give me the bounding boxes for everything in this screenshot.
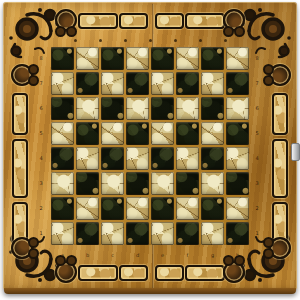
- clasp: [291, 143, 300, 161]
- coordinate-label: 7: [252, 80, 262, 86]
- square-b6[interactable]: [76, 97, 99, 120]
- square-c1[interactable]: [101, 222, 124, 245]
- square-e2[interactable]: [151, 197, 174, 220]
- amber-medallion: [55, 261, 77, 283]
- pin-dot: [124, 39, 127, 42]
- square-a7[interactable]: [51, 72, 74, 95]
- inlay-panel: [119, 13, 148, 29]
- square-e3[interactable]: [151, 172, 174, 195]
- coordinate-label: 7: [36, 80, 46, 86]
- square-d4[interactable]: [126, 147, 149, 170]
- square-g1[interactable]: [201, 222, 224, 245]
- coordinate-label: 4: [252, 155, 262, 161]
- square-a1[interactable]: [51, 222, 74, 245]
- pin-dot: [149, 39, 152, 42]
- inlay-panel: [272, 139, 288, 198]
- square-a5[interactable]: [51, 122, 74, 145]
- square-e1[interactable]: [151, 222, 174, 245]
- square-b7[interactable]: [76, 72, 99, 95]
- square-c4[interactable]: [101, 147, 124, 170]
- inlay-panel: [155, 265, 184, 281]
- square-h4[interactable]: [226, 147, 249, 170]
- square-g5[interactable]: [201, 122, 224, 145]
- square-g6[interactable]: [201, 97, 224, 120]
- coordinate-label: 8: [36, 55, 46, 61]
- amber-medallion: [269, 64, 291, 86]
- amber-medallion: [223, 261, 245, 283]
- inlay-panel: [119, 265, 148, 281]
- square-h1[interactable]: [226, 222, 249, 245]
- inlay-panel: [78, 265, 118, 281]
- coordinate-label: 6: [252, 105, 262, 111]
- coordinate-label: a: [58, 252, 68, 258]
- square-f5[interactable]: [176, 122, 199, 145]
- square-h7[interactable]: [226, 72, 249, 95]
- square-g7[interactable]: [201, 72, 224, 95]
- square-f7[interactable]: [176, 72, 199, 95]
- pin-dot: [199, 39, 202, 42]
- square-g3[interactable]: [201, 172, 224, 195]
- amber-medallion: [55, 9, 77, 31]
- square-d1[interactable]: [126, 222, 149, 245]
- board-side-edge: [4, 288, 296, 294]
- amber-medallion: [269, 237, 291, 259]
- square-g4[interactable]: [201, 147, 224, 170]
- coordinate-label: c: [108, 252, 118, 258]
- square-f8[interactable]: [176, 47, 199, 70]
- square-a6[interactable]: [51, 97, 74, 120]
- inlay-panel: [78, 13, 118, 29]
- chess-board: abcdefgh8877665544332211: [3, 2, 297, 290]
- coordinate-label: 3: [36, 180, 46, 186]
- square-a4[interactable]: [51, 147, 74, 170]
- square-e8[interactable]: [151, 47, 174, 70]
- coordinate-label: f: [183, 252, 193, 258]
- square-f6[interactable]: [176, 97, 199, 120]
- square-e5[interactable]: [151, 122, 174, 145]
- square-e4[interactable]: [151, 147, 174, 170]
- square-d2[interactable]: [126, 197, 149, 220]
- coordinate-label: 8: [252, 55, 262, 61]
- square-b3[interactable]: [76, 172, 99, 195]
- coordinate-label: 2: [36, 205, 46, 211]
- square-b5[interactable]: [76, 122, 99, 145]
- square-c3[interactable]: [101, 172, 124, 195]
- coordinate-label: b: [83, 252, 93, 258]
- inlay-panel: [185, 265, 225, 281]
- square-a8[interactable]: [51, 47, 74, 70]
- coordinate-label: 4: [36, 155, 46, 161]
- inlay-panel: [155, 13, 184, 29]
- amber-medallion: [223, 9, 245, 31]
- coordinate-label: 2: [252, 205, 262, 211]
- square-a2[interactable]: [51, 197, 74, 220]
- inlay-panel: [12, 93, 28, 135]
- pin-dot: [99, 39, 102, 42]
- coordinate-label: e: [158, 252, 168, 258]
- square-c8[interactable]: [101, 47, 124, 70]
- square-f3[interactable]: [176, 172, 199, 195]
- amber-medallion: [11, 237, 33, 259]
- coordinate-label: 5: [36, 130, 46, 136]
- square-h3[interactable]: [226, 172, 249, 195]
- square-d5[interactable]: [126, 122, 149, 145]
- coordinate-label: h: [233, 252, 243, 258]
- amber-medallion: [11, 64, 33, 86]
- square-f2[interactable]: [176, 197, 199, 220]
- square-h2[interactable]: [226, 197, 249, 220]
- square-g2[interactable]: [201, 197, 224, 220]
- square-d8[interactable]: [126, 47, 149, 70]
- inlay-panel: [185, 13, 225, 29]
- square-c6[interactable]: [101, 97, 124, 120]
- coordinate-label: 1: [252, 230, 262, 236]
- pin-dot: [74, 39, 77, 42]
- photo-canvas: abcdefgh8877665544332211: [0, 0, 300, 300]
- square-c5[interactable]: [101, 122, 124, 145]
- pin-dot: [224, 39, 227, 42]
- coordinate-label: g: [208, 252, 218, 258]
- inlay-panel: [12, 139, 28, 198]
- square-b2[interactable]: [76, 197, 99, 220]
- square-c2[interactable]: [101, 197, 124, 220]
- square-a3[interactable]: [51, 172, 74, 195]
- square-b8[interactable]: [76, 47, 99, 70]
- coordinate-label: 1: [36, 230, 46, 236]
- coordinate-label: d: [133, 252, 143, 258]
- square-h5[interactable]: [226, 122, 249, 145]
- square-f4[interactable]: [176, 147, 199, 170]
- square-d3[interactable]: [126, 172, 149, 195]
- square-h8[interactable]: [226, 47, 249, 70]
- coordinate-label: 3: [252, 180, 262, 186]
- square-b4[interactable]: [76, 147, 99, 170]
- square-e7[interactable]: [151, 72, 174, 95]
- board-grid: [51, 47, 249, 245]
- coordinate-label: 6: [36, 105, 46, 111]
- square-d7[interactable]: [126, 72, 149, 95]
- square-g8[interactable]: [201, 47, 224, 70]
- square-b1[interactable]: [76, 222, 99, 245]
- square-d6[interactable]: [126, 97, 149, 120]
- square-h6[interactable]: [226, 97, 249, 120]
- square-e6[interactable]: [151, 97, 174, 120]
- coordinate-label: 5: [252, 130, 262, 136]
- inlay-panel: [272, 93, 288, 135]
- square-c7[interactable]: [101, 72, 124, 95]
- pin-dot: [174, 39, 177, 42]
- square-f1[interactable]: [176, 222, 199, 245]
